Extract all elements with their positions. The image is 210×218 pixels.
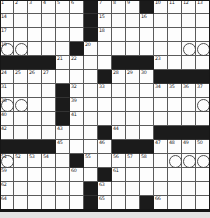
cell-r12c15[interactable] (196, 154, 210, 168)
cell-r11c5[interactable]: 45 (56, 140, 70, 154)
cell-r13c11[interactable] (140, 168, 154, 182)
cell-r9c3[interactable] (28, 112, 42, 126)
cell-r4c1[interactable]: 19 (0, 42, 14, 56)
cell-r10c2[interactable] (14, 126, 28, 140)
cell-r12c12[interactable] (154, 154, 168, 168)
clue-number-37: 37 (197, 84, 203, 89)
cell-r1c9[interactable]: 8 (112, 0, 126, 14)
black-square-r5c9 (112, 56, 126, 70)
cell-r4c3[interactable] (28, 42, 42, 56)
cell-r14c6[interactable] (70, 182, 84, 196)
cell-r8c7[interactable] (84, 98, 98, 112)
clue-number-63: 63 (99, 182, 105, 187)
cell-r9c12[interactable] (154, 112, 168, 126)
cell-r9c7[interactable] (84, 112, 98, 126)
black-square-r5c11 (140, 56, 154, 70)
cell-r14c8[interactable]: 63 (98, 182, 112, 196)
cell-r15c15[interactable] (196, 196, 210, 210)
circle-marker (15, 43, 28, 56)
cell-r3c5[interactable] (56, 28, 70, 42)
cell-r1c15[interactable]: 13 (196, 0, 210, 14)
cell-r2c2[interactable] (14, 14, 28, 28)
circle-marker (15, 99, 28, 112)
black-square-r6c12 (154, 70, 168, 84)
cell-r3c6[interactable] (70, 28, 84, 42)
cell-r5c13[interactable] (168, 56, 182, 70)
clue-number-31: 31 (1, 84, 7, 89)
cell-r5c5[interactable]: 21 (56, 56, 70, 70)
cell-r4c13[interactable] (168, 42, 182, 56)
clue-number-42: 42 (1, 126, 7, 131)
circle-marker (183, 155, 196, 168)
black-square-r11c9 (112, 140, 126, 154)
circle-marker (197, 99, 210, 112)
cell-r4c8[interactable] (98, 42, 112, 56)
cell-r2c12[interactable] (154, 14, 168, 28)
cell-r12c5[interactable] (56, 154, 70, 168)
clue-number-24: 24 (1, 70, 7, 75)
circle-marker (169, 155, 182, 168)
cell-r14c2[interactable] (14, 182, 28, 196)
cell-r12c1[interactable]: 51 (0, 154, 14, 168)
black-square-r10c13 (168, 126, 182, 140)
black-square-r13c8 (98, 168, 112, 182)
clue-number-34: 34 (155, 84, 161, 89)
black-square-r5c1 (0, 56, 14, 70)
black-square-r10c14 (182, 126, 196, 140)
clue-number-33: 33 (99, 84, 105, 89)
clue-number-30: 30 (141, 70, 147, 75)
black-square-r11c1 (0, 140, 14, 154)
clue-number-39: 39 (71, 98, 77, 103)
black-square-r11c3 (28, 140, 42, 154)
cell-r7c8[interactable]: 33 (98, 84, 112, 98)
cell-r14c13[interactable] (168, 182, 182, 196)
clue-number-8: 8 (113, 0, 116, 5)
cell-r7c6[interactable]: 32 (70, 84, 84, 98)
cell-r11c14[interactable]: 49 (182, 140, 196, 154)
clue-number-53: 53 (29, 154, 35, 159)
cell-r1c1[interactable]: 1 (0, 0, 14, 14)
black-square-r11c10 (126, 140, 140, 154)
cell-r9c8[interactable] (98, 112, 112, 126)
clue-number-57: 57 (127, 154, 133, 159)
cell-r9c9[interactable] (112, 112, 126, 126)
black-square-r6c14 (182, 70, 196, 84)
cell-r7c15[interactable]: 37 (196, 84, 210, 98)
cell-r2c13[interactable] (168, 14, 182, 28)
clue-number-18: 18 (99, 28, 105, 33)
clue-number-4: 4 (43, 0, 46, 5)
clue-number-36: 36 (183, 84, 189, 89)
cell-r1c4[interactable]: 4 (42, 0, 56, 14)
cell-r7c10[interactable] (126, 84, 140, 98)
cell-r11c12[interactable]: 47 (154, 140, 168, 154)
cell-r13c1[interactable]: 59 (0, 168, 14, 182)
cell-r2c15[interactable] (196, 14, 210, 28)
black-square-r9c5 (56, 112, 70, 126)
cell-r15c1[interactable]: 64 (0, 196, 14, 210)
black-square-r10c12 (154, 126, 168, 140)
cell-r3c10[interactable] (126, 28, 140, 42)
cell-r14c9[interactable] (112, 182, 126, 196)
clue-number-32: 32 (71, 84, 77, 89)
cell-r1c6[interactable]: 6 (70, 0, 84, 14)
cell-r15c2[interactable] (14, 196, 28, 210)
clue-number-59: 59 (1, 168, 7, 173)
cell-r4c4[interactable] (42, 42, 56, 56)
circle-marker (197, 155, 210, 168)
cell-r13c3[interactable] (28, 168, 42, 182)
cell-r3c11[interactable] (140, 28, 154, 42)
cell-r13c7[interactable] (84, 168, 98, 182)
clue-number-3: 3 (29, 0, 32, 5)
cell-r15c9[interactable] (112, 196, 126, 210)
clue-number-48: 48 (169, 140, 175, 145)
cell-r14c3[interactable] (28, 182, 42, 196)
cell-r8c12[interactable] (154, 98, 168, 112)
cell-r1c13[interactable]: 11 (168, 0, 182, 14)
cell-r10c1[interactable]: 42 (0, 126, 14, 140)
cell-r9c2[interactable] (14, 112, 28, 126)
clue-number-25: 25 (15, 70, 21, 75)
cell-r8c9[interactable] (112, 98, 126, 112)
cell-r8c2[interactable] (14, 98, 28, 112)
cell-r12c9[interactable]: 56 (112, 154, 126, 168)
cell-r1c5[interactable]: 5 (56, 0, 70, 14)
cell-r2c3[interactable] (28, 14, 42, 28)
clue-number-46: 46 (99, 140, 105, 145)
cell-r9c13[interactable] (168, 112, 182, 126)
cell-r6c1[interactable]: 24 (0, 70, 14, 84)
cell-r1c8[interactable]: 7 (98, 0, 112, 14)
cell-r8c1[interactable]: 38 (0, 98, 14, 112)
cell-r6c10[interactable]: 29 (126, 70, 140, 84)
cell-r2c14[interactable] (182, 14, 196, 28)
clue-number-23: 23 (155, 56, 161, 61)
black-square-r1c7 (84, 0, 98, 14)
cell-r11c8[interactable]: 46 (98, 140, 112, 154)
cell-r15c5[interactable] (56, 196, 70, 210)
cell-r1c2[interactable]: 2 (14, 0, 28, 14)
cell-r4c14[interactable] (182, 42, 196, 56)
cell-r3c14[interactable] (182, 28, 196, 42)
cell-r5c6[interactable]: 22 (70, 56, 84, 70)
clue-number-14: 14 (1, 14, 7, 19)
clue-number-19: 19 (1, 42, 7, 47)
clue-number-11: 11 (169, 0, 175, 5)
cell-r3c9[interactable] (112, 28, 126, 42)
clue-number-40: 40 (1, 112, 7, 117)
clue-number-13: 13 (197, 0, 203, 5)
cell-r4c11[interactable] (140, 42, 154, 56)
cell-r14c12[interactable] (154, 182, 168, 196)
cell-r6c11[interactable]: 30 (140, 70, 154, 84)
black-square-r8c5 (56, 98, 70, 112)
cell-r10c11[interactable] (140, 126, 154, 140)
cell-r14c11[interactable] (140, 182, 154, 196)
cell-r6c9[interactable]: 28 (112, 70, 126, 84)
clue-number-28: 28 (113, 70, 119, 75)
cell-r13c13[interactable] (168, 168, 182, 182)
clue-number-51: 51 (1, 154, 7, 159)
clue-number-56: 56 (113, 154, 119, 159)
clue-number-6: 6 (71, 0, 74, 5)
cell-r2c10[interactable] (126, 14, 140, 28)
cell-r7c12[interactable]: 34 (154, 84, 168, 98)
cell-r14c5[interactable] (56, 182, 70, 196)
cell-r2c9[interactable] (112, 14, 126, 28)
cell-r9c1[interactable]: 40 (0, 112, 14, 126)
black-square-r10c8 (98, 126, 112, 140)
clue-number-66: 66 (155, 196, 161, 201)
cell-r12c11[interactable]: 58 (140, 154, 154, 168)
cell-r12c13[interactable] (168, 154, 182, 168)
clue-number-64: 64 (1, 196, 7, 201)
cell-r4c15[interactable] (196, 42, 210, 56)
clue-number-12: 12 (183, 0, 189, 5)
black-square-r14c7 (84, 182, 98, 196)
cell-r14c14[interactable] (182, 182, 196, 196)
clue-number-15: 15 (99, 14, 105, 19)
clue-number-2: 2 (15, 0, 18, 5)
clue-number-9: 9 (127, 0, 130, 5)
clue-number-22: 22 (71, 56, 77, 61)
cell-r12c3[interactable]: 53 (28, 154, 42, 168)
cell-r7c11[interactable] (140, 84, 154, 98)
black-square-r5c3 (28, 56, 42, 70)
cell-r3c1[interactable]: 17 (0, 28, 14, 42)
circle-marker (183, 43, 196, 56)
cell-r10c9[interactable]: 44 (112, 126, 126, 140)
cell-r6c4[interactable]: 27 (42, 70, 56, 84)
cell-r2c4[interactable] (42, 14, 56, 28)
cell-r11c7[interactable] (84, 140, 98, 154)
cell-r3c12[interactable] (154, 28, 168, 42)
circle-marker (197, 43, 210, 56)
black-square-r11c11 (140, 140, 154, 154)
cell-r7c2[interactable] (14, 84, 28, 98)
cell-r11c13[interactable]: 48 (168, 140, 182, 154)
black-square-r5c4 (42, 56, 56, 70)
cell-r1c10[interactable]: 9 (126, 0, 140, 14)
cell-r3c8[interactable]: 18 (98, 28, 112, 42)
clue-number-55: 55 (85, 154, 91, 159)
cell-r2c8[interactable]: 15 (98, 14, 112, 28)
cell-r15c10[interactable] (126, 196, 140, 210)
cell-r5c14[interactable] (182, 56, 196, 70)
cell-r10c3[interactable] (28, 126, 42, 140)
black-square-r6c13 (168, 70, 182, 84)
clue-number-62: 62 (1, 182, 7, 187)
clue-number-47: 47 (155, 140, 161, 145)
cell-r10c4[interactable] (42, 126, 56, 140)
cell-r10c5[interactable]: 43 (56, 126, 70, 140)
cell-r4c2[interactable] (14, 42, 28, 56)
clue-number-61: 61 (113, 168, 119, 173)
black-square-r10c15 (196, 126, 210, 140)
black-square-r5c10 (126, 56, 140, 70)
cell-r14c1[interactable]: 62 (0, 182, 14, 196)
cell-r12c7[interactable]: 55 (84, 154, 98, 168)
cell-r12c10[interactable]: 57 (126, 154, 140, 168)
cell-r13c5[interactable] (56, 168, 70, 182)
cell-r15c8[interactable]: 65 (98, 196, 112, 210)
cell-r1c3[interactable]: 3 (28, 0, 42, 14)
cell-r15c14[interactable] (182, 196, 196, 210)
cell-r8c14[interactable] (182, 98, 196, 112)
cell-r12c8[interactable] (98, 154, 112, 168)
black-square-r12c6 (70, 154, 84, 168)
cell-r15c13[interactable] (168, 196, 182, 210)
cell-r7c14[interactable]: 36 (182, 84, 196, 98)
clue-number-16: 16 (141, 14, 147, 19)
clue-number-17: 17 (1, 28, 7, 33)
cell-r7c9[interactable] (112, 84, 126, 98)
cell-r8c8[interactable] (98, 98, 112, 112)
black-square-r2c7 (84, 14, 98, 28)
clue-number-10: 10 (155, 0, 161, 5)
clue-number-7: 7 (99, 0, 102, 5)
clue-number-44: 44 (113, 126, 119, 131)
cell-r13c9[interactable]: 61 (112, 168, 126, 182)
clue-number-45: 45 (57, 140, 63, 145)
cell-r9c15[interactable] (196, 112, 210, 126)
cell-r8c10[interactable] (126, 98, 140, 112)
clue-number-29: 29 (127, 70, 133, 75)
cell-r7c1[interactable]: 31 (0, 84, 14, 98)
clue-number-20: 20 (85, 42, 91, 47)
cell-r8c3[interactable] (28, 98, 42, 112)
cell-r13c4[interactable] (42, 168, 56, 182)
cell-r7c3[interactable] (28, 84, 42, 98)
cell-r15c6[interactable] (70, 196, 84, 210)
black-square-r4c6 (70, 42, 84, 56)
cell-r13c2[interactable] (14, 168, 28, 182)
cell-r11c6[interactable] (70, 140, 84, 154)
crossword-board: 1234567891011121314151617181920212223242… (0, 0, 210, 212)
cell-r5c15[interactable] (196, 56, 210, 70)
cell-r13c6[interactable]: 60 (70, 168, 84, 182)
black-square-r3c7 (84, 28, 98, 42)
black-square-r7c5 (56, 84, 70, 98)
cell-r14c15[interactable] (196, 182, 210, 196)
cell-r7c7[interactable] (84, 84, 98, 98)
cell-r14c10[interactable] (126, 182, 140, 196)
cell-r7c4[interactable] (42, 84, 56, 98)
cell-r1c12[interactable]: 10 (154, 0, 168, 14)
cell-r10c6[interactable] (70, 126, 84, 140)
cell-r6c3[interactable]: 26 (28, 70, 42, 84)
clue-number-27: 27 (43, 70, 49, 75)
cell-r6c5[interactable] (56, 70, 70, 84)
cell-r8c11[interactable] (140, 98, 154, 112)
clue-number-65: 65 (99, 196, 105, 201)
cell-r6c7[interactable] (84, 70, 98, 84)
cell-r8c13[interactable] (168, 98, 182, 112)
cell-r13c14[interactable] (182, 168, 196, 182)
cell-r7c13[interactable]: 35 (168, 84, 182, 98)
cell-r3c3[interactable] (28, 28, 42, 42)
cell-r4c5[interactable] (56, 42, 70, 56)
clue-number-50: 50 (197, 140, 203, 145)
clue-number-60: 60 (71, 168, 77, 173)
cell-r9c4[interactable] (42, 112, 56, 126)
clue-number-49: 49 (183, 140, 189, 145)
cell-r4c7[interactable]: 20 (84, 42, 98, 56)
cell-r15c12[interactable]: 66 (154, 196, 168, 210)
black-square-r5c2 (14, 56, 28, 70)
cell-r8c4[interactable] (42, 98, 56, 112)
cell-r12c4[interactable]: 54 (42, 154, 56, 168)
cell-r13c15[interactable] (196, 168, 210, 182)
cell-r2c6[interactable] (70, 14, 84, 28)
cell-r2c5[interactable] (56, 14, 70, 28)
cell-r3c13[interactable] (168, 28, 182, 42)
cell-r11c15[interactable]: 50 (196, 140, 210, 154)
cell-r8c15[interactable] (196, 98, 210, 112)
cell-r10c7[interactable] (84, 126, 98, 140)
cell-r5c12[interactable]: 23 (154, 56, 168, 70)
cell-r15c4[interactable] (42, 196, 56, 210)
cell-r13c12[interactable] (154, 168, 168, 182)
cell-r13c10[interactable] (126, 168, 140, 182)
black-square-r15c11 (140, 196, 154, 210)
cell-r9c14[interactable] (182, 112, 196, 126)
cell-r5c8[interactable] (98, 56, 112, 70)
clue-number-41: 41 (71, 112, 77, 117)
clue-number-1: 1 (1, 0, 4, 5)
clue-number-52: 52 (15, 154, 21, 159)
cell-r6c2[interactable]: 25 (14, 70, 28, 84)
clue-number-54: 54 (43, 154, 49, 159)
cell-r6c6[interactable] (70, 70, 84, 84)
cell-r9c11[interactable] (140, 112, 154, 126)
cell-r12c14[interactable] (182, 154, 196, 168)
cell-r4c12[interactable] (154, 42, 168, 56)
black-square-r6c8 (98, 70, 112, 84)
cell-r10c10[interactable] (126, 126, 140, 140)
clue-number-5: 5 (57, 0, 60, 5)
black-square-r1c11 (140, 0, 154, 14)
cell-r9c10[interactable] (126, 112, 140, 126)
cell-r3c2[interactable] (14, 28, 28, 42)
clue-number-58: 58 (141, 154, 147, 159)
cell-r12c2[interactable]: 52 (14, 154, 28, 168)
cell-r4c10[interactable] (126, 42, 140, 56)
cell-r14c4[interactable] (42, 182, 56, 196)
black-square-r15c7 (84, 196, 98, 210)
cell-r9c6[interactable]: 41 (70, 112, 84, 126)
clue-number-43: 43 (57, 126, 63, 131)
cell-r3c15[interactable] (196, 28, 210, 42)
cell-r1c14[interactable]: 12 (182, 0, 196, 14)
cell-r2c11[interactable]: 16 (140, 14, 154, 28)
bottom-margin (0, 212, 210, 218)
clue-number-21: 21 (57, 56, 63, 61)
black-square-r6c15 (196, 70, 210, 84)
cell-r3c4[interactable] (42, 28, 56, 42)
crossword-grid[interactable]: 1234567891011121314151617181920212223242… (0, 0, 210, 210)
cell-r4c9[interactable] (112, 42, 126, 56)
clue-number-38: 38 (1, 98, 7, 103)
clue-number-35: 35 (169, 84, 175, 89)
cell-r5c7[interactable] (84, 56, 98, 70)
cell-r2c1[interactable]: 14 (0, 14, 14, 28)
black-square-r11c4 (42, 140, 56, 154)
cell-r8c6[interactable]: 39 (70, 98, 84, 112)
cell-r15c3[interactable] (28, 196, 42, 210)
